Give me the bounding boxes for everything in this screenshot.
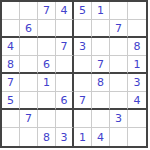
cell-r6c7[interactable] — [110, 92, 128, 110]
cell-r7c6[interactable] — [92, 110, 110, 128]
cell-r1c1[interactable] — [2, 2, 20, 20]
cell-r7c4[interactable] — [56, 110, 74, 128]
cell-r3c6[interactable] — [92, 38, 110, 56]
cell-r4c2[interactable] — [20, 56, 38, 74]
cell-r8c3[interactable]: 8 — [38, 128, 56, 146]
cell-r4c5[interactable] — [74, 56, 92, 74]
cell-r2c3[interactable] — [38, 20, 56, 38]
cell-r2c5[interactable] — [74, 20, 92, 38]
cell-r3c7[interactable] — [110, 38, 128, 56]
cell-r6c5[interactable]: 7 — [74, 92, 92, 110]
cell-r2c2[interactable]: 6 — [20, 20, 38, 38]
cell-r2c7[interactable]: 7 — [110, 20, 128, 38]
cell-r1c8[interactable] — [128, 2, 146, 20]
cell-r2c8[interactable] — [128, 20, 146, 38]
cell-r4c4[interactable] — [56, 56, 74, 74]
cell-r5c1[interactable]: 7 — [2, 74, 20, 92]
cell-r8c1[interactable] — [2, 128, 20, 146]
cell-r8c5[interactable]: 1 — [74, 128, 92, 146]
cell-r7c8[interactable] — [128, 110, 146, 128]
cell-r2c6[interactable] — [92, 20, 110, 38]
cell-r1c5[interactable]: 5 — [74, 2, 92, 20]
cell-r5c6[interactable]: 8 — [92, 74, 110, 92]
cell-r8c2[interactable] — [20, 128, 38, 146]
cell-r3c8[interactable]: 8 — [128, 38, 146, 56]
cell-r1c2[interactable] — [20, 2, 38, 20]
cell-r6c3[interactable] — [38, 92, 56, 110]
cell-r1c3[interactable]: 7 — [38, 2, 56, 20]
cell-r7c5[interactable] — [74, 110, 92, 128]
cell-r8c7[interactable] — [110, 128, 128, 146]
cell-r8c8[interactable] — [128, 128, 146, 146]
cell-r7c1[interactable] — [2, 110, 20, 128]
cell-r6c6[interactable] — [92, 92, 110, 110]
cell-r3c3[interactable] — [38, 38, 56, 56]
cell-r5c4[interactable] — [56, 74, 74, 92]
cell-r7c2[interactable]: 7 — [20, 110, 38, 128]
cell-r6c2[interactable] — [20, 92, 38, 110]
cell-r5c2[interactable] — [20, 74, 38, 92]
cell-r6c4[interactable]: 6 — [56, 92, 74, 110]
cell-r1c7[interactable] — [110, 2, 128, 20]
cell-r8c6[interactable]: 4 — [92, 128, 110, 146]
cell-r3c2[interactable] — [20, 38, 38, 56]
cell-r4c3[interactable]: 6 — [38, 56, 56, 74]
cell-r7c3[interactable] — [38, 110, 56, 128]
cell-r1c4[interactable]: 4 — [56, 2, 74, 20]
cell-r1c6[interactable]: 1 — [92, 2, 110, 20]
cell-r7c7[interactable]: 3 — [110, 110, 128, 128]
cell-r4c7[interactable] — [110, 56, 128, 74]
cell-r4c8[interactable]: 1 — [128, 56, 146, 74]
cell-r6c1[interactable]: 5 — [2, 92, 20, 110]
cell-r8c4[interactable]: 3 — [56, 128, 74, 146]
cell-r6c8[interactable]: 4 — [128, 92, 146, 110]
cell-r5c5[interactable] — [74, 74, 92, 92]
sudoku-board: 7451674738867171835674738314 — [0, 0, 148, 148]
cell-r2c1[interactable] — [2, 20, 20, 38]
cell-r4c6[interactable]: 7 — [92, 56, 110, 74]
cell-r3c5[interactable]: 3 — [74, 38, 92, 56]
cell-r3c4[interactable]: 7 — [56, 38, 74, 56]
cell-r5c8[interactable]: 3 — [128, 74, 146, 92]
cell-r5c7[interactable] — [110, 74, 128, 92]
cell-r5c3[interactable]: 1 — [38, 74, 56, 92]
cell-r4c1[interactable]: 8 — [2, 56, 20, 74]
cell-r2c4[interactable] — [56, 20, 74, 38]
page: { "game": "sudoku", "variant": "8x8, box… — [0, 0, 150, 150]
cell-r3c1[interactable]: 4 — [2, 38, 20, 56]
